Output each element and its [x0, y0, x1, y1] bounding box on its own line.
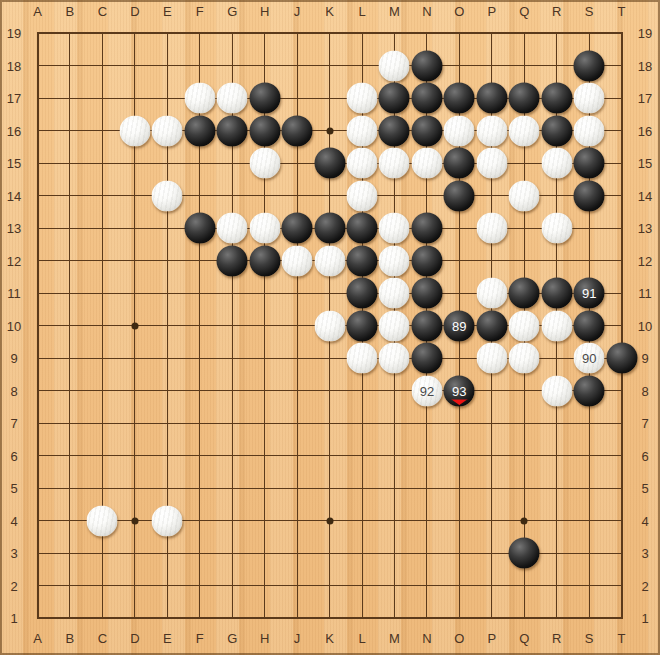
- stone-white-F17: [184, 83, 215, 114]
- right-coordinate-label: 17: [638, 91, 652, 106]
- left-coordinate-label: 15: [7, 156, 21, 171]
- stone-white-N15: [411, 148, 442, 179]
- stone-black-H17: [249, 83, 280, 114]
- stone-black-N11: [411, 278, 442, 309]
- stone-white-R13: [541, 213, 572, 244]
- grid-horizontal-line: [37, 390, 623, 391]
- stone-black-F13: [184, 213, 215, 244]
- left-coordinate-label: 3: [10, 546, 17, 561]
- stone-black-N18: [411, 50, 442, 81]
- bottom-coordinate-label: A: [33, 631, 42, 646]
- bottom-coordinate-label: R: [552, 631, 561, 646]
- stone-white-M13: [379, 213, 410, 244]
- stone-black-L10: [347, 310, 378, 341]
- stone-black-N10: [411, 310, 442, 341]
- bottom-coordinate-label: K: [325, 631, 334, 646]
- stone-white-G13: [217, 213, 248, 244]
- bottom-coordinate-label: F: [196, 631, 204, 646]
- stone-white-M10: [379, 310, 410, 341]
- stone-white-D16: [119, 115, 150, 146]
- stone-black-N13: [411, 213, 442, 244]
- stone-black-L12: [347, 245, 378, 276]
- top-coordinate-label: F: [196, 4, 204, 19]
- top-coordinate-label: A: [33, 4, 42, 19]
- top-coordinate-label: J: [294, 4, 301, 19]
- stone-white-L16: [347, 115, 378, 146]
- stone-black-O8: 93: [444, 375, 475, 406]
- stone-white-L17: [347, 83, 378, 114]
- stone-white-N8: 92: [411, 375, 442, 406]
- stone-white-Q14: [509, 180, 540, 211]
- stone-white-H13: [249, 213, 280, 244]
- stone-white-L14: [347, 180, 378, 211]
- right-coordinate-label: 7: [641, 416, 648, 431]
- stone-black-P10: [476, 310, 507, 341]
- bottom-coordinate-label: J: [294, 631, 301, 646]
- right-coordinate-label: 13: [638, 221, 652, 236]
- top-coordinate-label: P: [487, 4, 496, 19]
- stone-black-S8: [574, 375, 605, 406]
- bottom-coordinate-label: M: [389, 631, 400, 646]
- left-coordinate-label: 17: [7, 91, 21, 106]
- right-coordinate-label: 3: [641, 546, 648, 561]
- left-coordinate-label: 12: [7, 253, 21, 268]
- left-coordinate-label: 8: [10, 383, 17, 398]
- top-coordinate-label: C: [98, 4, 107, 19]
- stone-white-J12: [282, 245, 313, 276]
- stone-white-R10: [541, 310, 572, 341]
- stone-white-H15: [249, 148, 280, 179]
- left-coordinate-label: 16: [7, 123, 21, 138]
- left-coordinate-label: 18: [7, 58, 21, 73]
- stone-white-S16: [574, 115, 605, 146]
- stone-white-P16: [476, 115, 507, 146]
- star-point: [131, 517, 138, 524]
- stone-white-G17: [217, 83, 248, 114]
- stone-white-L9: [347, 343, 378, 374]
- bottom-coordinate-label: T: [618, 631, 626, 646]
- bottom-coordinate-label: D: [130, 631, 139, 646]
- top-coordinate-label: O: [454, 4, 464, 19]
- stone-white-S9: 90: [574, 343, 605, 374]
- left-coordinate-label: 11: [7, 286, 21, 301]
- stone-black-H16: [249, 115, 280, 146]
- bottom-coordinate-label: E: [163, 631, 172, 646]
- left-coordinate-label: 10: [7, 318, 21, 333]
- right-coordinate-label: 16: [638, 123, 652, 138]
- left-coordinate-label: 5: [10, 481, 17, 496]
- grid-horizontal-line: [37, 585, 623, 586]
- stone-black-R16: [541, 115, 572, 146]
- grid-horizontal-line: [37, 423, 623, 424]
- stone-black-O10: 89: [444, 310, 475, 341]
- stone-black-G12: [217, 245, 248, 276]
- bottom-coordinate-label: O: [454, 631, 464, 646]
- last-move-marker: [451, 399, 468, 405]
- top-coordinate-label: E: [163, 4, 172, 19]
- top-coordinate-label: L: [358, 4, 365, 19]
- stone-white-P11: [476, 278, 507, 309]
- right-coordinate-label: 2: [641, 578, 648, 593]
- top-coordinate-label: M: [389, 4, 400, 19]
- stone-white-K10: [314, 310, 345, 341]
- bottom-coordinate-label: G: [227, 631, 237, 646]
- right-coordinate-label: 11: [638, 286, 652, 301]
- right-coordinate-label: 5: [641, 481, 648, 496]
- left-coordinate-label: 1: [10, 611, 17, 626]
- stone-white-Q16: [509, 115, 540, 146]
- stone-black-P17: [476, 83, 507, 114]
- stone-white-M9: [379, 343, 410, 374]
- grid-horizontal-line: [37, 488, 623, 489]
- stone-black-O14: [444, 180, 475, 211]
- bottom-coordinate-label: N: [422, 631, 431, 646]
- grid-horizontal-line: [37, 617, 623, 619]
- stone-white-P15: [476, 148, 507, 179]
- stone-white-S17: [574, 83, 605, 114]
- stone-black-S15: [574, 148, 605, 179]
- stone-black-G16: [217, 115, 248, 146]
- stone-white-K12: [314, 245, 345, 276]
- stone-black-R11: [541, 278, 572, 309]
- right-coordinate-label: 10: [638, 318, 652, 333]
- bottom-coordinate-label: B: [66, 631, 75, 646]
- left-coordinate-label: 2: [10, 578, 17, 593]
- move-number: 90: [582, 352, 596, 365]
- top-coordinate-label: K: [325, 4, 334, 19]
- right-coordinate-label: 15: [638, 156, 652, 171]
- stone-black-R17: [541, 83, 572, 114]
- top-coordinate-label: H: [260, 4, 269, 19]
- stone-black-J13: [282, 213, 313, 244]
- stone-white-M18: [379, 50, 410, 81]
- stone-black-K13: [314, 213, 345, 244]
- stone-black-J16: [282, 115, 313, 146]
- left-coordinate-label: 13: [7, 221, 21, 236]
- move-number: 91: [582, 287, 596, 300]
- bottom-coordinate-label: P: [487, 631, 496, 646]
- stone-black-L11: [347, 278, 378, 309]
- right-coordinate-label: 18: [638, 58, 652, 73]
- bottom-coordinate-label: Q: [519, 631, 529, 646]
- stone-black-K15: [314, 148, 345, 179]
- top-coordinate-label: S: [585, 4, 594, 19]
- stone-white-E4: [152, 505, 183, 536]
- stone-white-O16: [444, 115, 475, 146]
- left-coordinate-label: 14: [7, 188, 21, 203]
- stone-white-M11: [379, 278, 410, 309]
- stone-black-N12: [411, 245, 442, 276]
- left-coordinate-label: 6: [10, 448, 17, 463]
- stone-white-E14: [152, 180, 183, 211]
- bottom-coordinate-label: S: [585, 631, 594, 646]
- top-coordinate-label: B: [66, 4, 75, 19]
- go-board[interactable]: AABBCCDDEEFFGGHHJJKKLLMMNNOOPPQQRRSSTT19…: [0, 0, 660, 655]
- star-point: [326, 127, 333, 134]
- right-coordinate-label: 8: [641, 383, 648, 398]
- left-coordinate-label: 4: [10, 513, 17, 528]
- stone-black-Q11: [509, 278, 540, 309]
- bottom-coordinate-label: L: [358, 631, 365, 646]
- stone-white-Q9: [509, 343, 540, 374]
- stone-black-S10: [574, 310, 605, 341]
- right-coordinate-label: 9: [641, 351, 648, 366]
- grid-vertical-line: [621, 32, 623, 619]
- top-coordinate-label: Q: [519, 4, 529, 19]
- top-coordinate-label: G: [227, 4, 237, 19]
- bottom-coordinate-label: H: [260, 631, 269, 646]
- move-number: 93: [452, 384, 466, 397]
- move-number: 92: [420, 384, 434, 397]
- stone-black-N17: [411, 83, 442, 114]
- stone-black-T9: [606, 343, 637, 374]
- left-coordinate-label: 7: [10, 416, 17, 431]
- grid-horizontal-line: [37, 455, 623, 456]
- right-coordinate-label: 1: [641, 611, 648, 626]
- stone-white-P9: [476, 343, 507, 374]
- top-coordinate-label: T: [618, 4, 626, 19]
- star-point: [131, 322, 138, 329]
- stone-black-L13: [347, 213, 378, 244]
- stone-black-S11: 91: [574, 278, 605, 309]
- stone-black-H12: [249, 245, 280, 276]
- stone-white-M15: [379, 148, 410, 179]
- right-coordinate-label: 14: [638, 188, 652, 203]
- stone-black-M16: [379, 115, 410, 146]
- stone-black-Q3: [509, 538, 540, 569]
- left-coordinate-label: 19: [7, 26, 21, 41]
- stone-white-M12: [379, 245, 410, 276]
- stone-black-S18: [574, 50, 605, 81]
- stone-white-R15: [541, 148, 572, 179]
- top-coordinate-label: N: [422, 4, 431, 19]
- right-coordinate-label: 12: [638, 253, 652, 268]
- move-number: 89: [452, 319, 466, 332]
- right-coordinate-label: 4: [641, 513, 648, 528]
- stone-white-P13: [476, 213, 507, 244]
- right-coordinate-label: 6: [641, 448, 648, 463]
- stone-black-Q17: [509, 83, 540, 114]
- stone-white-E16: [152, 115, 183, 146]
- stone-white-L15: [347, 148, 378, 179]
- star-point: [521, 517, 528, 524]
- stone-black-N9: [411, 343, 442, 374]
- stone-black-S14: [574, 180, 605, 211]
- star-point: [326, 517, 333, 524]
- left-coordinate-label: 9: [10, 351, 17, 366]
- stone-black-N16: [411, 115, 442, 146]
- stone-black-M17: [379, 83, 410, 114]
- stone-black-O15: [444, 148, 475, 179]
- top-coordinate-label: R: [552, 4, 561, 19]
- stone-white-Q10: [509, 310, 540, 341]
- top-coordinate-label: D: [130, 4, 139, 19]
- stone-black-O17: [444, 83, 475, 114]
- right-coordinate-label: 19: [638, 26, 652, 41]
- bottom-coordinate-label: C: [98, 631, 107, 646]
- stone-white-R8: [541, 375, 572, 406]
- stone-white-C4: [87, 505, 118, 536]
- stone-black-F16: [184, 115, 215, 146]
